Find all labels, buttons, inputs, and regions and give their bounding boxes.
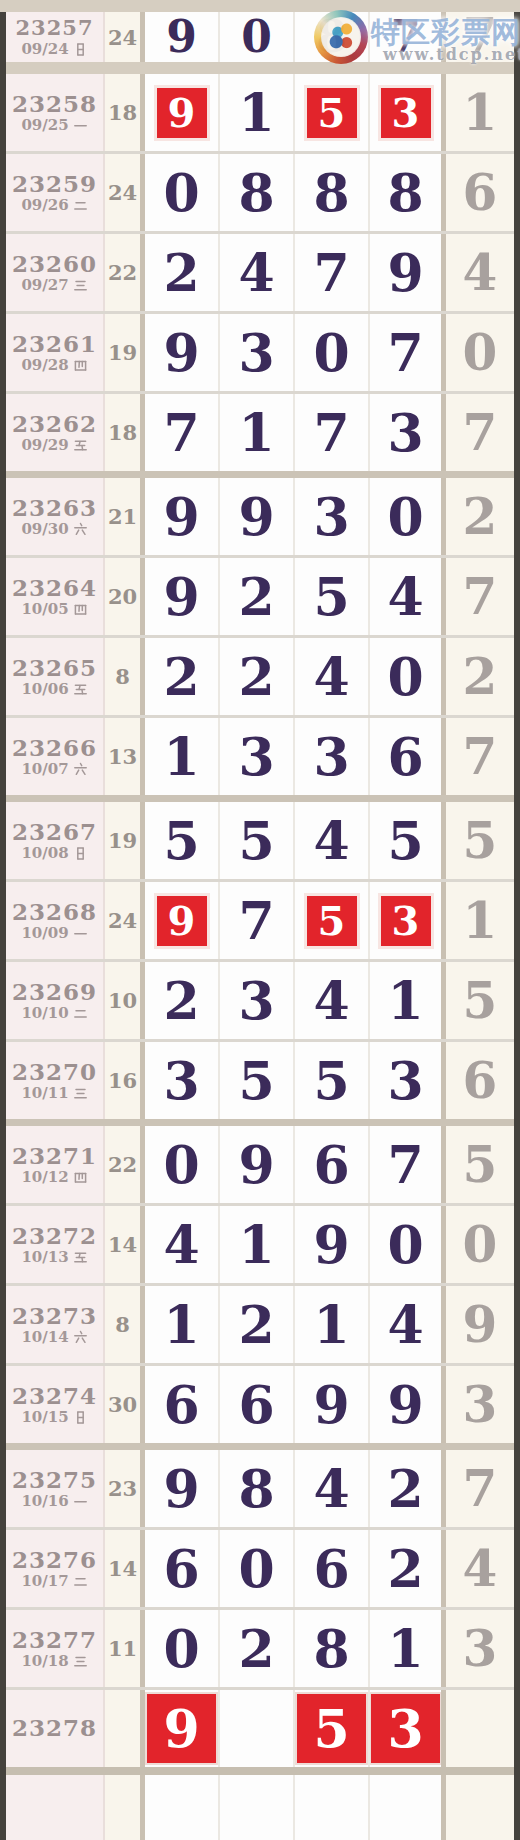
digit-cell-2: 2 [220, 558, 295, 635]
digit-value: 2 [163, 247, 199, 299]
date-text: 09/28 [21, 358, 68, 373]
draw-date: 10/17 [21, 1574, 87, 1589]
digit-cell-4: 3 [370, 882, 446, 959]
digit-cell-4: 5 [370, 802, 446, 879]
period-cell: 2327510/16 [6, 1450, 105, 1527]
draw-date: 09/24 [21, 42, 87, 57]
fifth-digit-cell: 6 [446, 154, 514, 231]
weekday-char [73, 602, 88, 617]
digit-cell-3: 1 [295, 1286, 370, 1363]
digit-value: 9 [163, 571, 199, 623]
draw-row-23265: 2326510/06822402 [6, 638, 514, 718]
digit-cell-4: 3 [370, 1690, 446, 1767]
digit-value: 0 [387, 491, 423, 543]
highlighted-digit: 3 [381, 88, 431, 138]
draw-date: 10/06 [21, 682, 87, 697]
weekday-char [73, 42, 88, 57]
digit-value: 6 [387, 731, 423, 783]
highlighted-digit: 5 [297, 1694, 366, 1763]
digit-cell-4: 7 [370, 12, 446, 62]
draw-date: 10/09 [21, 926, 87, 941]
digit-cell-4: 3 [370, 74, 446, 151]
digit-value: 9 [163, 491, 199, 543]
draw-date: 10/10 [21, 1006, 87, 1021]
sum-cell: 18 [105, 394, 145, 471]
digit-value: 2 [238, 651, 274, 703]
weekday-char [73, 1574, 88, 1589]
digit-cell-2: 3 [220, 314, 295, 391]
digit-cell-1: 9 [145, 1450, 220, 1527]
date-text: 09/30 [21, 522, 68, 537]
digit-cell-1: 5 [145, 802, 220, 879]
sum-cell: 22 [105, 234, 145, 311]
digit-value: 8 [313, 167, 349, 219]
digit-cell-1: 6 [145, 1530, 220, 1607]
digit-value: 1 [387, 1623, 423, 1675]
draw-date: 10/07 [21, 762, 87, 777]
digit-value: 1 [238, 87, 274, 139]
date-text: 10/15 [21, 1410, 68, 1425]
digit-value: 1 [387, 975, 423, 1027]
period-number: 23264 [12, 576, 97, 600]
highlighted-digit: 3 [371, 1694, 440, 1763]
draw-row-23260: 2326009/272224794 [6, 234, 514, 314]
digit-value: 2 [163, 651, 199, 703]
digit-value: 6 [313, 1543, 349, 1595]
draw-row-23270: 2327010/111635536 [6, 1042, 514, 1126]
digit-value: 9 [313, 1379, 349, 1431]
digit-cell-3: 7 [295, 394, 370, 471]
digit-cell-2: 0 [220, 1530, 295, 1607]
weekday-char [73, 1330, 88, 1345]
sum-cell: 22 [105, 1126, 145, 1203]
period-number: 23258 [12, 92, 97, 116]
digit-cell-2: 2 [220, 1286, 295, 1363]
draw-date: 09/26 [21, 198, 87, 213]
digit-value: 4 [313, 975, 349, 1027]
digit-value: 2 [238, 571, 274, 623]
digit-cell-1: 9 [145, 74, 220, 151]
weekday-char [73, 438, 88, 453]
weekday-char [73, 1170, 88, 1185]
period-cell: 23278 [6, 1690, 105, 1767]
digit-cell-1: 4 [145, 1206, 220, 1283]
sum-cell: 8 [105, 1286, 145, 1363]
date-text: 10/13 [21, 1250, 68, 1265]
period-cell: 2327710/18 [6, 1610, 105, 1687]
digit-value: 1 [238, 407, 274, 459]
digit-value: 6 [313, 1139, 349, 1191]
period-number: 23266 [12, 736, 97, 760]
digit-cell-1: 9 [145, 882, 220, 959]
fifth-digit-cell: 7 [446, 558, 514, 635]
sum-cell: 19 [105, 314, 145, 391]
sum-cell: 14 [105, 1530, 145, 1607]
period-number: 23267 [12, 820, 97, 844]
fifth-digit-cell: 7 [446, 394, 514, 471]
date-text: 10/11 [21, 1086, 68, 1101]
digit-cell-3: 5 [295, 1042, 370, 1119]
digit-cell-1: 2 [145, 638, 220, 715]
weekday-char [73, 522, 88, 537]
digit-value: 7 [390, 15, 421, 59]
period-cell: 2327210/13 [6, 1206, 105, 1283]
digit-cell-3: 9 [295, 1206, 370, 1283]
weekday-char [73, 926, 88, 941]
period-cell: 2326510/06 [6, 638, 105, 715]
period-cell: 2326009/27 [6, 234, 105, 311]
draw-date: 10/15 [21, 1410, 87, 1425]
period-number: 23278 [12, 1716, 97, 1740]
period-cell: 2325809/25 [6, 74, 105, 151]
digit-value: 0 [163, 1623, 199, 1675]
fifth-digit-cell: 1 [446, 74, 514, 151]
digit-value: 3 [387, 407, 423, 459]
digit-value: 9 [163, 1463, 199, 1515]
digit-value: 8 [387, 167, 423, 219]
date-text: 10/07 [21, 762, 68, 777]
period-cell: 2327010/11 [6, 1042, 105, 1119]
fifth-digit-cell: 9 [446, 1286, 514, 1363]
period-number: 23274 [12, 1384, 97, 1408]
digit-value: 2 [238, 1299, 274, 1351]
period-number: 23263 [12, 496, 97, 520]
digit-value: 8 [316, 15, 347, 59]
sum-cell [105, 1690, 145, 1767]
period-cell: 2325709/24 [6, 12, 105, 62]
digit-cell-2: 4 [220, 234, 295, 311]
period-number: 23259 [12, 172, 97, 196]
date-text: 10/16 [21, 1494, 68, 1509]
draw-row-23262: 2326209/291871737 [6, 394, 514, 478]
digit-value: 1 [313, 1299, 349, 1351]
weekday-char [73, 198, 88, 213]
digit-value: 1 [163, 1299, 199, 1351]
digit-cell-4: 3 [370, 394, 446, 471]
date-text: 10/14 [21, 1330, 68, 1345]
fifth-digit-cell: 0 [446, 1206, 514, 1283]
period-number: 23260 [12, 252, 97, 276]
draw-date: 09/29 [21, 438, 87, 453]
period-cell: 2327110/12 [6, 1126, 105, 1203]
sum-cell: 20 [105, 558, 145, 635]
sum-cell: 21 [105, 478, 145, 555]
digit-cell-1: 0 [145, 1610, 220, 1687]
fifth-digit-cell: 5 [446, 962, 514, 1039]
digit-value: 4 [163, 1219, 199, 1271]
period-number: 23276 [12, 1548, 97, 1572]
draw-date: 10/12 [21, 1170, 87, 1185]
digit-cell-1: 1 [145, 718, 220, 795]
digit-cell-3: 9 [295, 1366, 370, 1443]
date-text: 09/25 [21, 118, 68, 133]
digit-value: 9 [166, 15, 197, 59]
weekday-char [73, 846, 88, 861]
digit-cell-1: 1 [145, 1286, 220, 1363]
digit-cell-3 [295, 1775, 370, 1840]
digit-cell-2: 6 [220, 1366, 295, 1443]
digit-value: 9 [238, 491, 274, 543]
sum-cell: 24 [105, 882, 145, 959]
fifth-digit-cell [446, 1775, 514, 1840]
digit-cell-4: 9 [370, 1366, 446, 1443]
digit-value: 5 [313, 571, 349, 623]
draw-date: 10/08 [21, 846, 87, 861]
digit-value: 8 [313, 1623, 349, 1675]
lottery-trend-table: 2325709/2424908772325809/251891531232590… [6, 12, 514, 1840]
digit-value: 9 [387, 1379, 423, 1431]
draw-row-23266: 2326610/071313367 [6, 718, 514, 802]
draw-date: 10/13 [21, 1250, 87, 1265]
period-number: 23271 [12, 1144, 97, 1168]
digit-value: 5 [238, 1055, 274, 1107]
sum-cell: 13 [105, 718, 145, 795]
digit-value: 2 [387, 1543, 423, 1595]
date-text: 09/29 [21, 438, 68, 453]
period-number: 23272 [12, 1224, 97, 1248]
weekday-char [73, 1086, 88, 1101]
period-cell: 2326910/10 [6, 962, 105, 1039]
period-cell: 2326610/07 [6, 718, 105, 795]
period-cell: 2326710/08 [6, 802, 105, 879]
weekday-char [73, 1654, 88, 1669]
digit-cell-4: 4 [370, 558, 446, 635]
digit-cell-3: 3 [295, 478, 370, 555]
period-cell: 2326410/05 [6, 558, 105, 635]
digit-value: 4 [387, 571, 423, 623]
fifth-digit-cell: 4 [446, 234, 514, 311]
digit-cell-2: 9 [220, 1126, 295, 1203]
digit-value: 2 [163, 975, 199, 1027]
digit-cell-3: 7 [295, 234, 370, 311]
digit-value: 0 [163, 167, 199, 219]
digit-cell-2 [220, 1690, 295, 1767]
digit-value: 2 [238, 1623, 274, 1675]
digit-value: 4 [313, 1463, 349, 1515]
fifth-digit-cell: 5 [446, 802, 514, 879]
digit-cell-2: 5 [220, 802, 295, 879]
weekday-char [73, 1410, 88, 1425]
digit-value: 3 [238, 327, 274, 379]
digit-cell-2: 3 [220, 962, 295, 1039]
digit-cell-2: 1 [220, 394, 295, 471]
digit-value: 3 [163, 1055, 199, 1107]
digit-value: 7 [387, 327, 423, 379]
digit-cell-2: 8 [220, 1450, 295, 1527]
period-number: 23262 [12, 412, 97, 436]
digit-cell-3: 8 [295, 1610, 370, 1687]
sum-cell: 16 [105, 1042, 145, 1119]
digit-value: 6 [163, 1543, 199, 1595]
digit-value: 3 [238, 975, 274, 1027]
sum-cell: 24 [105, 12, 145, 62]
digit-value: 7 [163, 407, 199, 459]
sum-cell: 23 [105, 1450, 145, 1527]
period-cell: 2326309/30 [6, 478, 105, 555]
draw-date: 09/27 [21, 278, 87, 293]
date-text: 10/17 [21, 1574, 68, 1589]
draw-date: 09/28 [21, 358, 87, 373]
digit-cell-3: 4 [295, 638, 370, 715]
fifth-digit-cell: 0 [446, 314, 514, 391]
digit-cell-3: 4 [295, 802, 370, 879]
digit-cell-2 [220, 1775, 295, 1840]
digit-value: 7 [313, 407, 349, 459]
draw-row-23263: 2326309/302199302 [6, 478, 514, 558]
digit-cell-2: 2 [220, 638, 295, 715]
digit-value: 4 [313, 815, 349, 867]
draw-row-23271: 2327110/122209675 [6, 1126, 514, 1206]
digit-cell-2: 7 [220, 882, 295, 959]
digit-value: 4 [238, 247, 274, 299]
digit-cell-2: 3 [220, 718, 295, 795]
digit-value: 7 [313, 247, 349, 299]
digit-value: 3 [313, 491, 349, 543]
digit-cell-2: 2 [220, 1610, 295, 1687]
sum-cell: 24 [105, 154, 145, 231]
draw-date: 10/05 [21, 602, 87, 617]
period-cell: 2326109/28 [6, 314, 105, 391]
draw-row-23268: 2326810/092497531 [6, 882, 514, 962]
digit-cell-4: 1 [370, 1610, 446, 1687]
date-text: 10/09 [21, 926, 68, 941]
sum-cell: 8 [105, 638, 145, 715]
weekday-char [73, 1006, 88, 1021]
draw-row-23258: 2325809/251891531 [6, 74, 514, 154]
right-page-edge [514, 12, 520, 1840]
draw-row-23276: 2327610/171460624 [6, 1530, 514, 1610]
digit-cell-2: 9 [220, 478, 295, 555]
digit-cell-3: 5 [295, 74, 370, 151]
digit-cell-1: 9 [145, 558, 220, 635]
digit-value: 5 [387, 815, 423, 867]
digit-value: 0 [387, 651, 423, 703]
period-cell: 2327610/17 [6, 1530, 105, 1607]
digit-cell-4: 1 [370, 962, 446, 1039]
draw-date: 10/11 [21, 1086, 87, 1101]
digit-cell-2: 0 [220, 12, 295, 62]
draw-row-23272: 2327210/131441900 [6, 1206, 514, 1286]
period-cell: 2327310/14 [6, 1286, 105, 1363]
weekday-char [73, 762, 88, 777]
fifth-digit-cell: 7 [446, 12, 514, 62]
highlighted-digit: 3 [381, 896, 431, 946]
digit-cell-3: 5 [295, 1690, 370, 1767]
digit-cell-4: 0 [370, 478, 446, 555]
period-cell: 2325909/26 [6, 154, 105, 231]
digit-cell-4: 0 [370, 1206, 446, 1283]
draw-row-23257: 2325709/242490877 [6, 12, 514, 74]
digit-cell-3: 5 [295, 882, 370, 959]
digit-value: 0 [163, 1139, 199, 1191]
digit-cell-1: 2 [145, 962, 220, 1039]
digit-value: 0 [387, 1219, 423, 1271]
digit-value: 7 [387, 1139, 423, 1191]
digit-cell-3: 8 [295, 154, 370, 231]
digit-cell-1 [145, 1775, 220, 1840]
weekday-char [73, 1494, 88, 1509]
period-number: 23265 [12, 656, 97, 680]
fifth-digit-cell: 2 [446, 478, 514, 555]
date-text: 10/08 [21, 846, 68, 861]
draw-date: 10/14 [21, 1330, 87, 1345]
digit-value: 3 [313, 731, 349, 783]
digit-value: 4 [313, 651, 349, 703]
digit-value: 6 [238, 1379, 274, 1431]
highlighted-digit: 5 [307, 896, 357, 946]
period-number: 23261 [12, 332, 97, 356]
date-text: 10/05 [21, 602, 68, 617]
draw-row-23267: 2326710/081955455 [6, 802, 514, 882]
digit-cell-1: 0 [145, 1126, 220, 1203]
sum-cell: 19 [105, 802, 145, 879]
date-text: 10/10 [21, 1006, 68, 1021]
digit-cell-4: 9 [370, 234, 446, 311]
draw-row-23261: 2326109/281993070 [6, 314, 514, 394]
digit-cell-3: 4 [295, 962, 370, 1039]
draw-row-23259: 2325909/262408886 [6, 154, 514, 234]
period-cell: 2327410/15 [6, 1366, 105, 1443]
draw-row-23275: 2327510/162398427 [6, 1450, 514, 1530]
digit-value: 2 [387, 1463, 423, 1515]
sum-cell: 11 [105, 1610, 145, 1687]
digit-cell-1: 9 [145, 1690, 220, 1767]
digit-value: 9 [387, 247, 423, 299]
date-text: 10/06 [21, 682, 68, 697]
digit-cell-1: 2 [145, 234, 220, 311]
digit-value: 0 [238, 1543, 274, 1595]
digit-value: 5 [163, 815, 199, 867]
digit-value: 1 [238, 1219, 274, 1271]
digit-value: 8 [238, 1463, 274, 1515]
draw-date: 09/25 [21, 118, 87, 133]
highlighted-digit: 5 [307, 88, 357, 138]
digit-cell-4: 8 [370, 154, 446, 231]
digit-cell-3: 8 [295, 12, 370, 62]
digit-cell-1: 9 [145, 12, 220, 62]
fifth-digit-cell: 6 [446, 1042, 514, 1119]
date-text: 10/12 [21, 1170, 68, 1185]
digit-value: 9 [238, 1139, 274, 1191]
digit-cell-3: 5 [295, 558, 370, 635]
weekday-char [73, 358, 88, 373]
digit-cell-2: 5 [220, 1042, 295, 1119]
sum-cell [105, 1775, 145, 1840]
highlighted-digit: 9 [157, 896, 207, 946]
weekday-char [73, 682, 88, 697]
fifth-digit-cell: 2 [446, 638, 514, 715]
draw-row-23269: 2326910/101023415 [6, 962, 514, 1042]
digit-cell-2: 1 [220, 74, 295, 151]
digit-cell-4: 0 [370, 638, 446, 715]
sum-cell: 18 [105, 74, 145, 151]
fifth-digit-cell: 7 [446, 1450, 514, 1527]
period-number: 23269 [12, 980, 97, 1004]
period-number: 23273 [12, 1304, 97, 1328]
digit-cell-2: 8 [220, 154, 295, 231]
digit-cell-4: 2 [370, 1450, 446, 1527]
digit-cell-4: 7 [370, 1126, 446, 1203]
digit-cell-4: 2 [370, 1530, 446, 1607]
left-page-edge [0, 12, 6, 1840]
date-text: 10/18 [21, 1654, 68, 1669]
period-number: 23270 [12, 1060, 97, 1084]
digit-cell-3: 0 [295, 314, 370, 391]
digit-cell-1: 6 [145, 1366, 220, 1443]
sum-cell: 30 [105, 1366, 145, 1443]
period-number: 23275 [12, 1468, 97, 1492]
sum-cell: 10 [105, 962, 145, 1039]
